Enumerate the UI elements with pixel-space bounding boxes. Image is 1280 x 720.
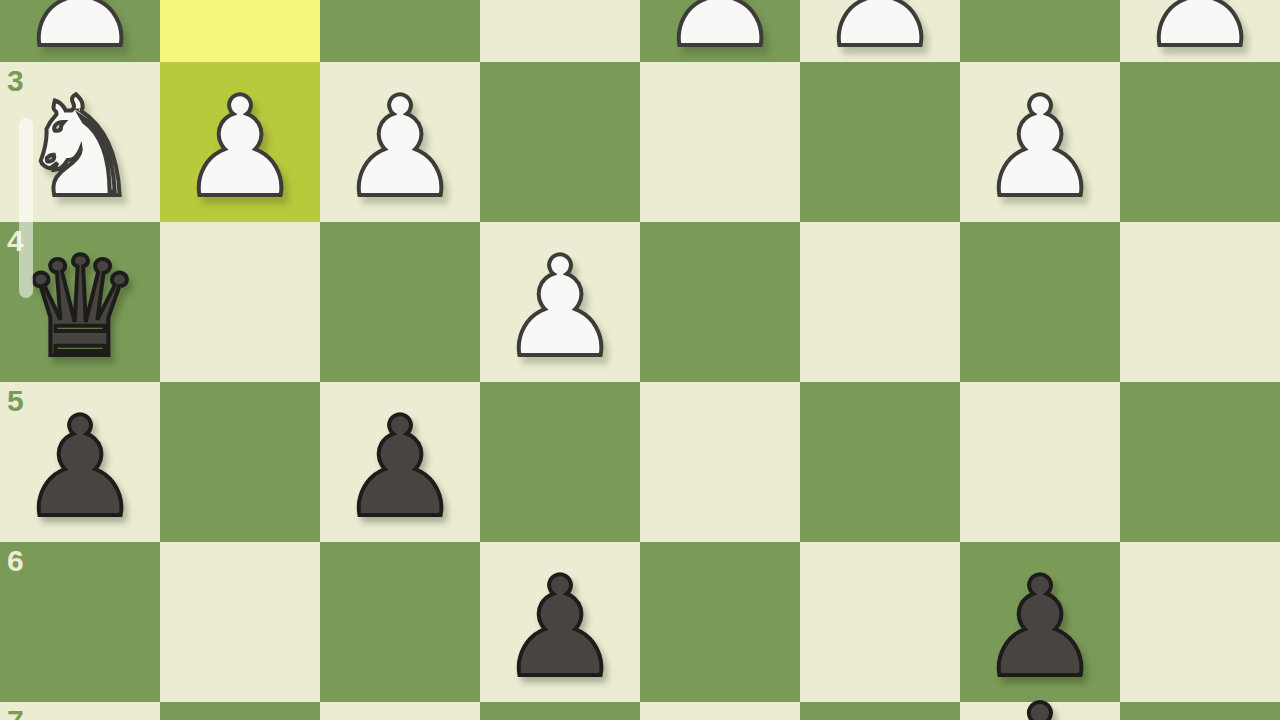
piece-white-pawn[interactable]: ♟ [160,68,320,228]
square-g7[interactable] [160,702,320,720]
square-c7[interactable] [800,702,960,720]
square-g6[interactable] [160,542,320,702]
piece-black-pawn[interactable]: ♟ [0,388,160,548]
square-b7[interactable]: ♝ [960,702,1120,720]
square-c4[interactable] [800,222,960,382]
square-e6[interactable]: ♟ [480,542,640,702]
chess-board-viewport: 12♟♟♟♟3♞♟♟♟4♛♟5♟♟6♟♟7♝8 [0,0,1280,720]
piece-white-pawn[interactable]: ♟ [960,68,1120,228]
square-a5[interactable] [1120,382,1280,542]
square-h2[interactable]: 2♟ [0,0,160,62]
square-b5[interactable] [960,382,1120,542]
square-g5[interactable] [160,382,320,542]
square-e5[interactable] [480,382,640,542]
chess-board: 12♟♟♟♟3♞♟♟♟4♛♟5♟♟6♟♟7♝8 [0,0,1280,720]
rank-label-7: 7 [7,706,24,720]
square-f5[interactable]: ♟ [320,382,480,542]
square-d4[interactable] [640,222,800,382]
piece-black-pawn[interactable]: ♟ [320,388,480,548]
square-f7[interactable] [320,702,480,720]
square-b3[interactable]: ♟ [960,62,1120,222]
square-e4[interactable]: ♟ [480,222,640,382]
square-h7[interactable]: 7 [0,702,160,720]
square-f6[interactable] [320,542,480,702]
square-a4[interactable] [1120,222,1280,382]
square-g2[interactable] [160,0,320,62]
square-e7[interactable] [480,702,640,720]
square-b4[interactable] [960,222,1120,382]
square-d2[interactable]: ♟ [640,0,800,62]
square-a3[interactable] [1120,62,1280,222]
square-c3[interactable] [800,62,960,222]
square-a2[interactable]: ♟ [1120,0,1280,62]
piece-black-pawn[interactable]: ♟ [480,548,640,708]
square-h6[interactable]: 6 [0,542,160,702]
square-d6[interactable] [640,542,800,702]
square-a6[interactable] [1120,542,1280,702]
square-c2[interactable]: ♟ [800,0,960,62]
overlay-scrollbar [19,118,33,298]
square-f2[interactable] [320,0,480,62]
square-e3[interactable] [480,62,640,222]
square-c5[interactable] [800,382,960,542]
piece-white-pawn[interactable]: ♟ [320,68,480,228]
rank-label-6: 6 [7,546,24,576]
square-h5[interactable]: 5♟ [0,382,160,542]
piece-black-bishop[interactable]: ♝ [960,676,1120,720]
square-d7[interactable] [640,702,800,720]
square-f4[interactable] [320,222,480,382]
square-a7[interactable] [1120,702,1280,720]
square-g3[interactable]: ♟ [160,62,320,222]
piece-white-pawn[interactable]: ♟ [480,228,640,388]
square-d3[interactable] [640,62,800,222]
square-b2[interactable] [960,0,1120,62]
square-d5[interactable] [640,382,800,542]
square-f3[interactable]: ♟ [320,62,480,222]
square-g4[interactable] [160,222,320,382]
square-c6[interactable] [800,542,960,702]
square-e2[interactable] [480,0,640,62]
